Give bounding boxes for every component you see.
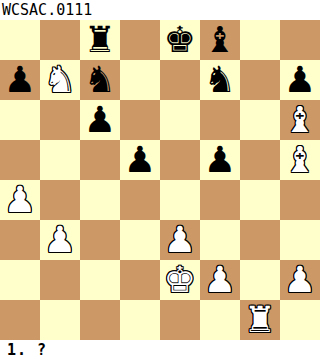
square-c3[interactable]	[80, 220, 120, 260]
square-f6[interactable]	[200, 100, 240, 140]
square-e6[interactable]	[160, 100, 200, 140]
white-king-e2: ♚	[164, 260, 196, 300]
square-a8[interactable]	[0, 20, 40, 60]
white-bishop-h6: ♝	[284, 100, 316, 140]
square-b1[interactable]	[40, 300, 80, 340]
square-h8[interactable]	[280, 20, 320, 60]
square-c7[interactable]: ♞	[80, 60, 120, 100]
square-h4[interactable]	[280, 180, 320, 220]
square-e8[interactable]: ♚	[160, 20, 200, 60]
white-pawn-a4: ♟	[4, 180, 36, 220]
black-pawn-c6: ♟	[84, 100, 116, 140]
square-f1[interactable]	[200, 300, 240, 340]
square-g6[interactable]	[240, 100, 280, 140]
square-h3[interactable]	[280, 220, 320, 260]
chess-board: ♜♚♝♟♞♞♞♟♟♝♟♟♝♟♟♟♚♟♟♜	[0, 20, 320, 340]
square-h6[interactable]: ♝	[280, 100, 320, 140]
white-pawn-h2: ♟	[284, 260, 316, 300]
square-a6[interactable]	[0, 100, 40, 140]
black-pawn-d5: ♟	[124, 140, 156, 180]
square-a1[interactable]	[0, 300, 40, 340]
square-e5[interactable]	[160, 140, 200, 180]
puzzle-id: WCSAC.0111	[0, 0, 320, 20]
white-pawn-b3: ♟	[44, 220, 76, 260]
square-a2[interactable]	[0, 260, 40, 300]
square-h2[interactable]: ♟	[280, 260, 320, 300]
square-b5[interactable]	[40, 140, 80, 180]
black-king-e8: ♚	[164, 20, 196, 60]
square-f5[interactable]: ♟	[200, 140, 240, 180]
black-bishop-f8: ♝	[204, 20, 236, 60]
square-b2[interactable]	[40, 260, 80, 300]
white-pawn-f2: ♟	[204, 260, 236, 300]
black-knight-c7: ♞	[84, 60, 116, 100]
black-rook-c8: ♜	[84, 20, 116, 60]
square-g1[interactable]: ♜	[240, 300, 280, 340]
white-bishop-h5: ♝	[284, 140, 316, 180]
square-g7[interactable]	[240, 60, 280, 100]
square-b8[interactable]	[40, 20, 80, 60]
square-e2[interactable]: ♚	[160, 260, 200, 300]
square-g5[interactable]	[240, 140, 280, 180]
square-b3[interactable]: ♟	[40, 220, 80, 260]
white-knight-b7: ♞	[44, 60, 76, 100]
square-d2[interactable]	[120, 260, 160, 300]
black-pawn-f5: ♟	[204, 140, 236, 180]
square-f4[interactable]	[200, 180, 240, 220]
square-b7[interactable]: ♞	[40, 60, 80, 100]
chess-puzzle-viewer: WCSAC.0111 ♜♚♝♟♞♞♞♟♟♝♟♟♝♟♟♟♚♟♟♜ 1. ?	[0, 0, 320, 360]
square-f3[interactable]	[200, 220, 240, 260]
white-rook-g1: ♜	[244, 300, 276, 340]
square-f8[interactable]: ♝	[200, 20, 240, 60]
black-pawn-h7: ♟	[284, 60, 316, 100]
square-d7[interactable]	[120, 60, 160, 100]
square-c1[interactable]	[80, 300, 120, 340]
square-h5[interactable]: ♝	[280, 140, 320, 180]
square-g3[interactable]	[240, 220, 280, 260]
square-d3[interactable]	[120, 220, 160, 260]
square-d5[interactable]: ♟	[120, 140, 160, 180]
square-d6[interactable]	[120, 100, 160, 140]
square-f7[interactable]: ♞	[200, 60, 240, 100]
white-pawn-e3: ♟	[164, 220, 196, 260]
square-a7[interactable]: ♟	[0, 60, 40, 100]
square-e7[interactable]	[160, 60, 200, 100]
square-g2[interactable]	[240, 260, 280, 300]
square-h7[interactable]: ♟	[280, 60, 320, 100]
square-a4[interactable]: ♟	[0, 180, 40, 220]
square-d4[interactable]	[120, 180, 160, 220]
move-prompt: 1. ?	[0, 340, 320, 360]
square-f2[interactable]: ♟	[200, 260, 240, 300]
square-h1[interactable]	[280, 300, 320, 340]
square-c5[interactable]	[80, 140, 120, 180]
black-knight-f7: ♞	[204, 60, 236, 100]
square-g8[interactable]	[240, 20, 280, 60]
square-d1[interactable]	[120, 300, 160, 340]
square-e4[interactable]	[160, 180, 200, 220]
square-a3[interactable]	[0, 220, 40, 260]
square-e1[interactable]	[160, 300, 200, 340]
square-b4[interactable]	[40, 180, 80, 220]
square-c2[interactable]	[80, 260, 120, 300]
square-c4[interactable]	[80, 180, 120, 220]
square-d8[interactable]	[120, 20, 160, 60]
black-pawn-a7: ♟	[4, 60, 36, 100]
square-c8[interactable]: ♜	[80, 20, 120, 60]
square-e3[interactable]: ♟	[160, 220, 200, 260]
square-c6[interactable]: ♟	[80, 100, 120, 140]
square-g4[interactable]	[240, 180, 280, 220]
square-b6[interactable]	[40, 100, 80, 140]
square-a5[interactable]	[0, 140, 40, 180]
